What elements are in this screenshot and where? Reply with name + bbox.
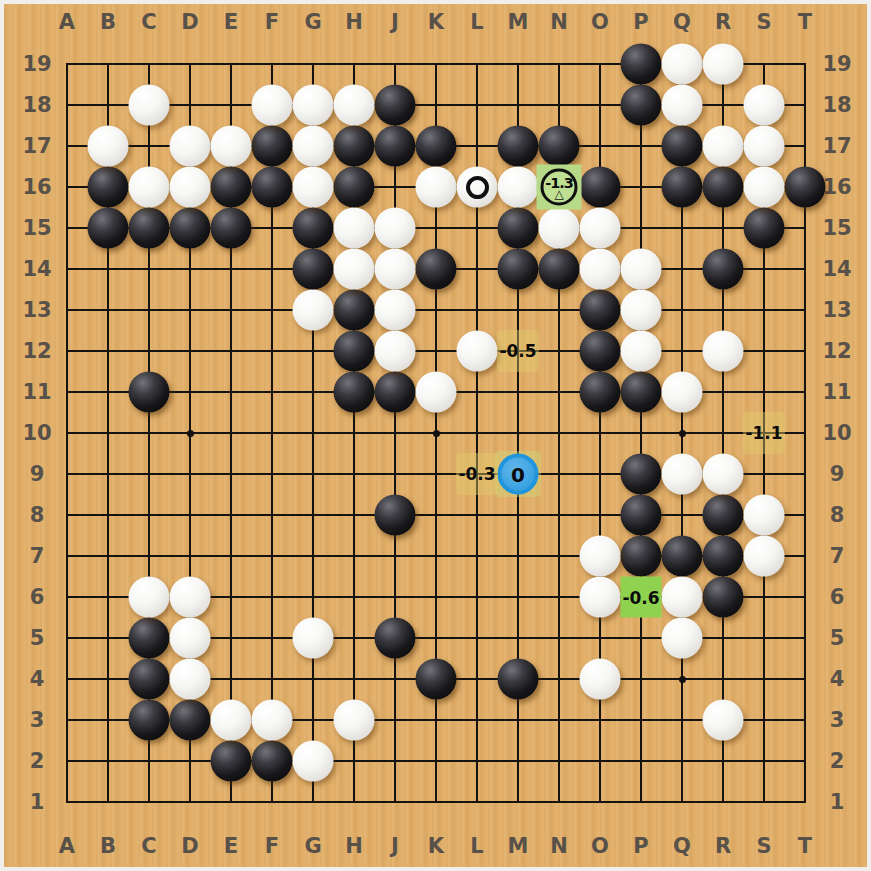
coordinate-label: P [633,836,648,857]
white-stone [334,700,375,741]
white-stone [744,167,785,208]
white-stone [621,249,662,290]
coordinate-label: 1 [830,792,845,813]
white-stone [334,249,375,290]
black-stone [580,290,621,331]
white-stone [334,208,375,249]
star-point [679,430,686,437]
coordinate-label: 6 [30,587,45,608]
white-stone [498,167,539,208]
coordinate-label: 16 [822,177,851,198]
white-stone [744,126,785,167]
black-stone [621,495,662,536]
white-stone [703,331,744,372]
black-stone [375,126,416,167]
coordinate-label: 8 [30,505,45,526]
coordinate-label: N [550,836,568,857]
coordinate-label: C [141,836,156,857]
white-stone [703,700,744,741]
played-move-marker[interactable]: -1.3△ [537,165,582,210]
candidate-move-label[interactable]: -1.1 [743,412,785,454]
coordinate-label: D [181,12,198,33]
black-stone [744,208,785,249]
white-stone [88,126,129,167]
coordinate-label: J [391,836,399,857]
coordinate-label: 12 [22,341,51,362]
coordinate-label: 4 [30,669,45,690]
black-stone [170,208,211,249]
black-stone [621,44,662,85]
coordinate-label: 17 [22,136,51,157]
coordinate-label: C [141,12,156,33]
coordinate-label: Q [673,836,691,857]
white-stone [662,454,703,495]
coordinate-label: K [428,836,444,857]
coordinate-label: K [428,12,444,33]
coordinate-label: 2 [830,751,845,772]
coordinate-label: G [304,836,321,857]
white-stone [375,331,416,372]
white-stone [170,167,211,208]
coordinate-label: D [181,836,198,857]
grid-line [66,514,806,516]
black-stone [129,618,170,659]
coordinate-label: 7 [830,546,845,567]
coordinate-label: P [633,12,648,33]
star-point [679,676,686,683]
coordinate-label: Q [673,12,691,33]
white-stone [375,290,416,331]
black-stone [621,85,662,126]
black-stone [129,700,170,741]
coordinate-label: E [224,836,238,857]
black-stone [416,126,457,167]
white-stone [293,85,334,126]
coordinate-label: B [100,836,116,857]
white-stone [703,126,744,167]
candidate-move-label[interactable]: -0.5 [497,330,539,372]
grid-line [640,63,642,803]
black-stone [252,126,293,167]
black-stone [662,126,703,167]
black-stone [703,249,744,290]
black-stone [293,249,334,290]
coordinate-label: 9 [830,464,845,485]
coordinate-label: H [345,12,363,33]
coordinate-label: 11 [22,382,51,403]
star-point [433,430,440,437]
black-stone [88,208,129,249]
white-stone [662,85,703,126]
black-stone [621,372,662,413]
coordinate-label: 13 [822,300,851,321]
black-stone [662,536,703,577]
white-stone [662,618,703,659]
black-stone [129,208,170,249]
white-stone [170,577,211,618]
black-stone [334,372,375,413]
white-stone [293,290,334,331]
coordinate-label: A [59,12,75,33]
black-stone [580,167,621,208]
candidate-move-green[interactable]: -0.6 [621,577,662,618]
white-stone [457,331,498,372]
coordinate-label: 19 [822,54,851,75]
white-stone [129,167,170,208]
coordinate-label: 18 [822,95,851,116]
coordinate-label: 13 [22,300,51,321]
black-stone [211,208,252,249]
coordinate-label: L [470,836,483,857]
white-stone [293,167,334,208]
white-stone [129,577,170,618]
grid-line [66,760,806,762]
coordinate-label: 5 [830,628,845,649]
coordinate-label: J [391,12,399,33]
white-stone [580,208,621,249]
black-stone [293,208,334,249]
black-stone [129,659,170,700]
coordinate-label: S [756,12,771,33]
best-move-marker[interactable]: 0 [498,454,539,495]
white-stone [744,85,785,126]
black-stone [416,659,457,700]
white-stone [129,85,170,126]
white-stone [703,44,744,85]
black-stone [88,167,129,208]
coordinate-label: 14 [822,259,851,280]
black-stone [703,536,744,577]
black-stone [170,700,211,741]
coordinate-label: R [715,12,731,33]
white-stone [293,741,334,782]
star-point [187,430,194,437]
coordinate-label: 8 [830,505,845,526]
black-stone [498,208,539,249]
coordinate-label: 1 [30,792,45,813]
black-stone [621,454,662,495]
black-stone [662,167,703,208]
black-stone [785,167,826,208]
coordinate-label: F [265,836,279,857]
coordinate-label: 3 [30,710,45,731]
black-stone [416,249,457,290]
white-stone [170,126,211,167]
white-stone [293,618,334,659]
white-stone [375,249,416,290]
coordinate-label: B [100,12,116,33]
white-stone [703,454,744,495]
coordinate-label: 17 [822,136,851,157]
coordinate-label: 14 [22,259,51,280]
black-stone [539,249,580,290]
coordinate-label: H [345,836,363,857]
white-stone [252,700,293,741]
black-stone [252,167,293,208]
coordinate-label: M [508,836,529,857]
white-stone [416,167,457,208]
triangle-mark: △ [554,189,563,198]
white-stone [334,85,375,126]
white-stone [744,495,785,536]
coordinate-label: G [304,12,321,33]
coordinate-label: O [591,12,609,33]
white-stone [211,700,252,741]
coordinate-label: T [798,12,812,33]
black-stone [375,85,416,126]
black-stone [375,372,416,413]
coordinate-label: A [59,836,75,857]
black-stone [539,126,580,167]
coordinate-label: 15 [822,218,851,239]
black-stone [375,618,416,659]
coordinate-label: 10 [822,423,851,444]
black-stone [334,290,375,331]
coordinate-label: 3 [830,710,845,731]
white-stone [170,618,211,659]
black-stone [621,536,662,577]
coordinate-label: 9 [30,464,45,485]
white-stone [662,372,703,413]
coordinate-label: 12 [822,341,851,362]
coordinate-label: 18 [22,95,51,116]
black-stone [375,495,416,536]
black-stone [498,249,539,290]
white-stone [375,208,416,249]
coordinate-label: 15 [22,218,51,239]
coordinate-label: 19 [22,54,51,75]
grid-line [66,801,806,803]
coordinate-label: F [265,12,279,33]
black-stone [498,659,539,700]
white-stone [293,126,334,167]
black-stone [211,741,252,782]
coordinate-label: 5 [30,628,45,649]
coordinate-label: 10 [22,423,51,444]
white-stone [580,659,621,700]
coordinate-label: 4 [830,669,845,690]
white-stone [457,167,498,208]
white-stone [416,372,457,413]
coordinate-label: 7 [30,546,45,567]
black-stone [703,577,744,618]
white-stone [580,577,621,618]
black-stone [129,372,170,413]
coordinate-label: N [550,12,568,33]
white-stone [252,85,293,126]
coordinate-label: 11 [822,382,851,403]
coordinate-label: T [798,836,812,857]
coordinate-label: S [756,836,771,857]
white-stone [662,577,703,618]
black-stone [580,372,621,413]
go-board[interactable]: AABBCCDDEEFFGGHHJJKKLLMMNNOOPPQQRRSSTT19… [0,0,871,871]
coordinate-label: 16 [22,177,51,198]
coordinate-label: 2 [30,751,45,772]
coordinate-label: 6 [830,587,845,608]
coordinate-label: R [715,836,731,857]
white-stone [580,536,621,577]
white-stone [621,331,662,372]
coordinate-label: E [224,12,238,33]
white-stone [621,290,662,331]
played-move-circle: -1.3△ [541,169,578,206]
white-stone [662,44,703,85]
black-stone [334,167,375,208]
coordinate-label: M [508,12,529,33]
black-stone [211,167,252,208]
black-stone [498,126,539,167]
black-stone [334,126,375,167]
coordinate-label: O [591,836,609,857]
circle-marker [466,176,489,199]
black-stone [252,741,293,782]
coordinate-label: L [470,12,483,33]
black-stone [580,331,621,372]
white-stone [580,249,621,290]
black-stone [334,331,375,372]
white-stone [539,208,580,249]
white-stone [744,536,785,577]
white-stone [170,659,211,700]
candidate-move-label[interactable]: -0.3 [456,453,498,495]
white-stone [211,126,252,167]
black-stone [703,167,744,208]
black-stone [703,495,744,536]
